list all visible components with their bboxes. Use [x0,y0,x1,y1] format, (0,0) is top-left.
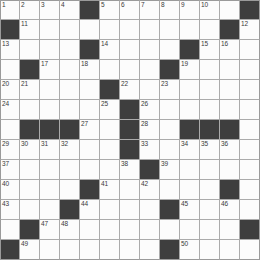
black-cell-r7c11 [200,120,220,140]
cell-r3c4[interactable] [60,40,80,60]
black-cell-r7c2 [20,120,40,140]
clue-number-37: 37 [2,160,9,169]
cell-r9c7[interactable]: 38 [120,160,140,180]
cell-r10c9[interactable] [160,180,180,200]
cell-r5c9[interactable]: 23 [160,80,180,100]
cell-r10c10[interactable] [180,180,200,200]
cell-r2c3[interactable] [40,20,60,40]
clue-number-18: 18 [81,60,88,69]
cell-r6c5[interactable] [80,100,100,120]
cell-r12c4[interactable]: 48 [60,220,80,240]
clue-number-44: 44 [81,200,88,209]
clue-number-50: 50 [181,240,188,249]
clue-number-10: 10 [201,1,208,10]
cell-r4c5[interactable]: 18 [80,60,100,80]
cell-r6c8[interactable]: 26 [140,100,160,120]
clue-number-41: 41 [101,180,108,189]
black-cell-r3c10 [180,40,200,60]
black-cell-r7c7 [120,120,140,140]
cell-r8c1[interactable]: 29 [0,140,20,160]
cell-r10c8[interactable]: 42 [140,180,160,200]
cell-r10c11[interactable] [200,180,220,200]
cell-r11c5[interactable]: 44 [80,200,100,220]
clue-number-49: 49 [21,240,28,249]
black-cell-r12c13 [240,220,260,240]
cell-r11c3[interactable] [40,200,60,220]
cell-r4c13[interactable] [240,60,260,80]
clue-number-6: 6 [121,1,125,10]
cell-r13c7[interactable] [120,240,140,260]
cell-r3c12[interactable]: 16 [220,40,240,60]
cell-r5c12[interactable] [220,80,240,100]
crossword-grid: 1234567891011121314151617181920212223242… [0,0,260,260]
clue-number-8: 8 [161,1,165,10]
cell-r2c10[interactable] [180,20,200,40]
black-cell-r13c9 [160,240,180,260]
black-cell-r6c7 [120,100,140,120]
cell-r1c9[interactable]: 8 [160,0,180,20]
cell-r13c8[interactable] [140,240,160,260]
cell-r12c7[interactable] [120,220,140,240]
clue-number-27: 27 [81,120,88,129]
cell-r4c1[interactable] [0,60,20,80]
cell-r4c10[interactable]: 19 [180,60,200,80]
cell-r8c3[interactable]: 31 [40,140,60,160]
cell-r13c6[interactable] [100,240,120,260]
cell-r8c4[interactable]: 32 [60,140,80,160]
cell-r3c11[interactable]: 15 [200,40,220,60]
cell-r11c7[interactable] [120,200,140,220]
cell-r8c13[interactable] [240,140,260,160]
cell-r13c5[interactable] [80,240,100,260]
cell-r5c11[interactable] [200,80,220,100]
clue-number-36: 36 [221,140,228,149]
cell-r1c2[interactable]: 2 [20,0,40,20]
clue-number-34: 34 [181,140,188,149]
black-cell-r1c5 [80,0,100,20]
black-cell-r10c5 [80,180,100,200]
cell-r3c6[interactable]: 14 [100,40,120,60]
cell-r9c13[interactable] [240,160,260,180]
cell-r11c2[interactable] [20,200,40,220]
clue-number-42: 42 [141,180,148,189]
cell-r13c11[interactable] [200,240,220,260]
clue-number-28: 28 [141,120,148,129]
black-cell-r9c8 [140,160,160,180]
cell-r10c2[interactable] [20,180,40,200]
cell-r10c13[interactable] [240,180,260,200]
cell-r5c5[interactable] [80,80,100,100]
cell-r4c12[interactable] [220,60,240,80]
cell-r2c4[interactable] [60,20,80,40]
cell-r1c3[interactable]: 3 [40,0,60,20]
cell-r2c8[interactable] [140,20,160,40]
black-cell-r4c9 [160,60,180,80]
cell-r8c2[interactable]: 30 [20,140,40,160]
clue-number-25: 25 [101,100,108,109]
cell-r2c2[interactable]: 11 [20,20,40,40]
cell-r8c9[interactable] [160,140,180,160]
cell-r4c3[interactable]: 17 [40,60,60,80]
cell-r5c4[interactable] [60,80,80,100]
cell-r11c11[interactable] [200,200,220,220]
cell-r6c12[interactable] [220,100,240,120]
clue-number-3: 3 [41,1,45,10]
cell-r9c12[interactable] [220,160,240,180]
cell-r9c3[interactable] [40,160,60,180]
cell-r4c4[interactable] [60,60,80,80]
cell-r6c9[interactable] [160,100,180,120]
cell-r1c8[interactable]: 7 [140,0,160,20]
clue-number-29: 29 [2,140,9,149]
cell-r6c11[interactable] [200,100,220,120]
clue-number-40: 40 [2,180,9,189]
clue-number-1: 1 [2,1,6,10]
black-cell-r7c4 [60,120,80,140]
cell-r12c6[interactable] [100,220,120,240]
cell-r10c7[interactable] [120,180,140,200]
cell-r10c3[interactable] [40,180,60,200]
cell-r8c5[interactable] [80,140,100,160]
cell-r5c2[interactable]: 21 [20,80,40,100]
clue-number-48: 48 [61,220,68,229]
cell-r13c10[interactable]: 50 [180,240,200,260]
clue-number-19: 19 [181,60,188,69]
clue-number-46: 46 [221,200,228,209]
black-cell-r7c10 [180,120,200,140]
clue-number-45: 45 [181,200,188,209]
clue-number-16: 16 [221,40,228,49]
black-cell-r4c2 [20,60,40,80]
cell-r11c12[interactable]: 46 [220,200,240,220]
cell-r10c1[interactable]: 40 [0,180,20,200]
black-cell-r11c9 [160,200,180,220]
clue-number-43: 43 [2,200,9,209]
cell-r4c7[interactable] [120,60,140,80]
cell-r1c6[interactable]: 5 [100,0,120,20]
clue-number-9: 9 [181,1,185,10]
clue-number-38: 38 [121,160,128,169]
cell-r6c4[interactable] [60,100,80,120]
cell-r8c8[interactable]: 33 [140,140,160,160]
cell-r12c3[interactable]: 47 [40,220,60,240]
cell-r12c11[interactable] [200,220,220,240]
cell-r12c10[interactable] [180,220,200,240]
clue-number-39: 39 [161,160,168,169]
cell-r12c9[interactable] [160,220,180,240]
cell-r6c1[interactable]: 24 [0,100,20,120]
cell-r3c9[interactable] [160,40,180,60]
black-cell-r5c6 [100,80,120,100]
cell-r8c12[interactable]: 36 [220,140,240,160]
black-cell-r1c13 [240,0,260,20]
cell-r4c6[interactable] [100,60,120,80]
cell-r3c3[interactable] [40,40,60,60]
cell-r10c6[interactable]: 41 [100,180,120,200]
cell-r1c1[interactable]: 1 [0,0,20,20]
cell-r7c6[interactable] [100,120,120,140]
cell-r8c6[interactable] [100,140,120,160]
clue-number-14: 14 [101,40,108,49]
cell-r1c11[interactable]: 10 [200,0,220,20]
black-cell-r3c5 [80,40,100,60]
cell-r11c1[interactable]: 43 [0,200,20,220]
cell-r11c6[interactable] [100,200,120,220]
cell-r2c9[interactable] [160,20,180,40]
clue-number-35: 35 [201,140,208,149]
cell-r13c2[interactable]: 49 [20,240,40,260]
clue-number-17: 17 [41,60,48,69]
cell-r7c1[interactable] [0,120,20,140]
cell-r12c5[interactable] [80,220,100,240]
cell-r11c13[interactable] [240,200,260,220]
cell-r6c13[interactable] [240,100,260,120]
cell-r12c12[interactable] [220,220,240,240]
cell-r11c8[interactable] [140,200,160,220]
cell-r5c13[interactable] [240,80,260,100]
clue-number-5: 5 [101,1,105,10]
cell-r3c7[interactable] [120,40,140,60]
cell-r9c5[interactable] [80,160,100,180]
clue-number-24: 24 [2,100,9,109]
cell-r1c12[interactable] [220,0,240,20]
cell-r6c2[interactable] [20,100,40,120]
cell-r12c1[interactable] [0,220,20,240]
clue-number-26: 26 [141,100,148,109]
cell-r9c4[interactable] [60,160,80,180]
cell-r9c2[interactable] [20,160,40,180]
clue-number-20: 20 [2,80,9,89]
cell-r5c7[interactable]: 22 [120,80,140,100]
cell-r8c10[interactable]: 34 [180,140,200,160]
black-cell-r10c12 [220,180,240,200]
clue-number-31: 31 [41,140,48,149]
cell-r9c6[interactable] [100,160,120,180]
clue-number-11: 11 [21,20,28,29]
cell-r9c1[interactable]: 37 [0,160,20,180]
clue-number-12: 12 [241,20,248,29]
cell-r1c4[interactable]: 4 [60,0,80,20]
cell-r4c11[interactable] [200,60,220,80]
cell-r13c4[interactable] [60,240,80,260]
clue-number-15: 15 [201,40,208,49]
black-cell-r12c2 [20,220,40,240]
cell-r5c1[interactable]: 20 [0,80,20,100]
clue-number-32: 32 [61,140,68,149]
black-cell-r13c1 [0,240,20,260]
cell-r7c13[interactable] [240,120,260,140]
cell-r1c7[interactable]: 6 [120,0,140,20]
cell-r5c8[interactable] [140,80,160,100]
cell-r2c7[interactable] [120,20,140,40]
cell-r2c11[interactable] [200,20,220,40]
cell-r7c5[interactable]: 27 [80,120,100,140]
cell-r1c10[interactable]: 9 [180,0,200,20]
clue-number-33: 33 [141,140,148,149]
cell-r3c1[interactable]: 13 [0,40,20,60]
cell-r12c8[interactable] [140,220,160,240]
clue-number-4: 4 [61,1,65,10]
cell-r5c3[interactable] [40,80,60,100]
black-cell-r7c12 [220,120,240,140]
clue-number-22: 22 [121,80,128,89]
cell-r13c13[interactable] [240,240,260,260]
cell-r13c3[interactable] [40,240,60,260]
cell-r2c13[interactable]: 12 [240,20,260,40]
cell-r8c11[interactable]: 35 [200,140,220,160]
cell-r5c10[interactable] [180,80,200,100]
cell-r2c6[interactable] [100,20,120,40]
black-cell-r2c1 [0,20,20,40]
cell-r3c8[interactable] [140,40,160,60]
cell-r7c9[interactable] [160,120,180,140]
cell-r6c10[interactable] [180,100,200,120]
cell-r13c12[interactable] [220,240,240,260]
cell-r9c9[interactable]: 39 [160,160,180,180]
cell-r2c5[interactable] [80,20,100,40]
black-cell-r7c3 [40,120,60,140]
clue-number-13: 13 [2,40,9,49]
cell-r3c2[interactable] [20,40,40,60]
black-cell-r8c7 [120,140,140,160]
cell-r6c3[interactable] [40,100,60,120]
cell-r10c4[interactable] [60,180,80,200]
clue-number-30: 30 [21,140,28,149]
cell-r9c11[interactable] [200,160,220,180]
clue-number-21: 21 [21,80,28,89]
cell-r7c8[interactable]: 28 [140,120,160,140]
cell-r11c10[interactable]: 45 [180,200,200,220]
clue-number-47: 47 [41,220,48,229]
black-cell-r11c4 [60,200,80,220]
cell-r4c8[interactable] [140,60,160,80]
clue-number-7: 7 [141,1,145,10]
clue-number-23: 23 [161,80,168,89]
clue-number-2: 2 [21,1,25,10]
black-cell-r2c12 [220,20,240,40]
cell-r3c13[interactable] [240,40,260,60]
cell-r9c10[interactable] [180,160,200,180]
cell-r6c6[interactable]: 25 [100,100,120,120]
